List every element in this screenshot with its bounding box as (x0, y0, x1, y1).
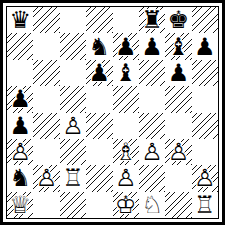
black-pawn-a4: ♟ (7, 113, 33, 139)
white-pawn-e2: ♙ (113, 165, 139, 191)
square-e3[interactable]: ♝♗ (113, 139, 139, 165)
square-h1[interactable]: ♜♖ (192, 192, 218, 218)
square-d5[interactable] (86, 86, 112, 112)
square-g6[interactable]: ♟♟ (165, 60, 191, 86)
square-d7[interactable]: ♞♞ (86, 33, 112, 59)
square-e4[interactable] (113, 113, 139, 139)
piece-halo: ♝ (113, 139, 139, 165)
square-f8[interactable]: ♜♜ (139, 7, 165, 33)
square-g8[interactable]: ♚♚ (165, 7, 191, 33)
piece-halo: ♟ (7, 139, 33, 165)
board-frame: ♛♛♜♜♚♚♞♞♟♟♟♟♝♝♟♟♟♟♝♝♟♟♟♟♟♟♟♙♟♙♝♗♟♙♟♙♞♞♟♙… (0, 0, 225, 225)
black-knight-d7: ♞ (86, 33, 112, 59)
square-a7[interactable] (7, 33, 33, 59)
piece-halo: ♟ (113, 33, 139, 59)
square-h3[interactable] (192, 139, 218, 165)
black-bishop-g7: ♝ (165, 33, 191, 59)
piece-halo: ♟ (192, 165, 218, 191)
square-h5[interactable] (192, 86, 218, 112)
black-pawn-f7: ♟ (139, 33, 165, 59)
square-c6[interactable] (60, 60, 86, 86)
square-g2[interactable] (165, 165, 191, 191)
white-king-e1: ♔ (113, 192, 139, 218)
piece-halo: ♟ (86, 60, 112, 86)
square-b5[interactable] (33, 86, 59, 112)
white-queen-a1: ♕ (7, 192, 33, 218)
square-c8[interactable] (60, 7, 86, 33)
square-h4[interactable] (192, 113, 218, 139)
black-king-g8: ♚ (165, 7, 191, 33)
square-h7[interactable]: ♟♟ (192, 33, 218, 59)
white-pawn-f3: ♙ (139, 139, 165, 165)
piece-halo: ♟ (165, 60, 191, 86)
square-g3[interactable]: ♟♙ (165, 139, 191, 165)
white-rook-h1: ♖ (192, 192, 218, 218)
piece-halo: ♟ (60, 113, 86, 139)
square-d4[interactable] (86, 113, 112, 139)
square-a6[interactable] (7, 60, 33, 86)
square-a8[interactable]: ♛♛ (7, 7, 33, 33)
piece-halo: ♜ (139, 7, 165, 33)
square-f4[interactable] (139, 113, 165, 139)
board-inner-frame: ♛♛♜♜♚♚♞♞♟♟♟♟♝♝♟♟♟♟♝♝♟♟♟♟♟♟♟♙♟♙♝♗♟♙♟♙♞♞♟♙… (3, 3, 222, 222)
piece-halo: ♜ (192, 192, 218, 218)
square-b7[interactable] (33, 33, 59, 59)
square-b2[interactable]: ♟♙ (33, 165, 59, 191)
square-g5[interactable] (165, 86, 191, 112)
square-a2[interactable]: ♞♞ (7, 165, 33, 191)
square-c2[interactable]: ♜♖ (60, 165, 86, 191)
square-e7[interactable]: ♟♟ (113, 33, 139, 59)
square-h2[interactable]: ♟♙ (192, 165, 218, 191)
white-pawn-b2: ♙ (33, 165, 59, 191)
black-pawn-a5: ♟ (7, 86, 33, 112)
square-a1[interactable]: ♛♕ (7, 192, 33, 218)
piece-halo: ♝ (113, 60, 139, 86)
square-c4[interactable]: ♟♙ (60, 113, 86, 139)
white-knight-f1: ♘ (139, 192, 165, 218)
square-f7[interactable]: ♟♟ (139, 33, 165, 59)
white-bishop-e3: ♗ (113, 139, 139, 165)
square-f6[interactable] (139, 60, 165, 86)
square-g7[interactable]: ♝♝ (165, 33, 191, 59)
piece-halo: ♟ (139, 33, 165, 59)
piece-halo: ♝ (165, 33, 191, 59)
square-d8[interactable] (86, 7, 112, 33)
black-rook-f8: ♜ (139, 7, 165, 33)
white-pawn-g3: ♙ (165, 139, 191, 165)
white-pawn-c4: ♙ (60, 113, 86, 139)
square-f3[interactable]: ♟♙ (139, 139, 165, 165)
piece-halo: ♛ (7, 192, 33, 218)
black-queen-a8: ♛ (7, 7, 33, 33)
square-d6[interactable]: ♟♟ (86, 60, 112, 86)
square-b6[interactable] (33, 60, 59, 86)
piece-halo: ♞ (86, 33, 112, 59)
piece-halo: ♟ (33, 165, 59, 191)
white-rook-c2: ♖ (60, 165, 86, 191)
black-pawn-e7: ♟ (113, 33, 139, 59)
square-h6[interactable] (192, 60, 218, 86)
square-g1[interactable] (165, 192, 191, 218)
square-e6[interactable]: ♝♝ (113, 60, 139, 86)
square-e1[interactable]: ♚♔ (113, 192, 139, 218)
square-b3[interactable] (33, 139, 59, 165)
white-pawn-a3: ♙ (7, 139, 33, 165)
square-h8[interactable] (192, 7, 218, 33)
square-c1[interactable] (60, 192, 86, 218)
square-a4[interactable]: ♟♟ (7, 113, 33, 139)
square-f2[interactable] (139, 165, 165, 191)
square-c7[interactable] (60, 33, 86, 59)
square-b4[interactable] (33, 113, 59, 139)
square-f1[interactable]: ♞♘ (139, 192, 165, 218)
white-pawn-h2: ♙ (192, 165, 218, 191)
piece-halo: ♛ (7, 7, 33, 33)
piece-halo: ♟ (7, 86, 33, 112)
black-pawn-h7: ♟ (192, 33, 218, 59)
piece-halo: ♟ (113, 165, 139, 191)
piece-halo: ♚ (165, 7, 191, 33)
square-b8[interactable] (33, 7, 59, 33)
square-a3[interactable]: ♟♙ (7, 139, 33, 165)
piece-halo: ♞ (7, 165, 33, 191)
square-a5[interactable]: ♟♟ (7, 86, 33, 112)
square-c3[interactable] (60, 139, 86, 165)
black-bishop-e6: ♝ (113, 60, 139, 86)
square-e8[interactable] (113, 7, 139, 33)
square-e5[interactable] (113, 86, 139, 112)
piece-halo: ♜ (60, 165, 86, 191)
square-f5[interactable] (139, 86, 165, 112)
square-g4[interactable] (165, 113, 191, 139)
black-pawn-d6: ♟ (86, 60, 112, 86)
black-knight-a2: ♞ (7, 165, 33, 191)
piece-halo: ♚ (113, 192, 139, 218)
piece-halo: ♟ (192, 33, 218, 59)
piece-halo: ♟ (165, 139, 191, 165)
square-b1[interactable] (33, 192, 59, 218)
black-pawn-g6: ♟ (165, 60, 191, 86)
square-d1[interactable] (86, 192, 112, 218)
square-e2[interactable]: ♟♙ (113, 165, 139, 191)
square-d3[interactable] (86, 139, 112, 165)
square-c5[interactable] (60, 86, 86, 112)
square-d2[interactable] (86, 165, 112, 191)
piece-halo: ♟ (7, 113, 33, 139)
chess-board: ♛♛♜♜♚♚♞♞♟♟♟♟♝♝♟♟♟♟♝♝♟♟♟♟♟♟♟♙♟♙♝♗♟♙♟♙♞♞♟♙… (6, 6, 219, 219)
piece-halo: ♞ (139, 192, 165, 218)
piece-halo: ♟ (139, 139, 165, 165)
